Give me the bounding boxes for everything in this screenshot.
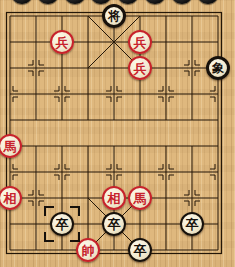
highlight-corner (44, 232, 54, 242)
black-soldier-piece[interactable]: 卒 (180, 212, 204, 236)
red-elephant-piece[interactable]: 相 (102, 186, 126, 210)
highlight-corner (44, 206, 54, 216)
red-soldier-piece[interactable]: 兵 (50, 30, 74, 54)
black-elephant-piece[interactable]: 象 (206, 56, 230, 80)
xiangqi-board: 将兵兵兵象馬相相馬卒卒卒帥卒 (0, 0, 235, 267)
red-soldier-piece[interactable]: 兵 (128, 30, 152, 54)
highlight-corner (70, 206, 80, 216)
red-elephant-piece[interactable]: 相 (0, 186, 22, 210)
pieces-layer: 将兵兵兵象馬相相馬卒卒卒帥卒 (0, 3, 231, 263)
black-soldier-piece[interactable]: 卒 (128, 238, 152, 262)
red-horse-piece[interactable]: 馬 (128, 186, 152, 210)
highlight-corner (70, 232, 80, 242)
red-soldier-piece[interactable]: 兵 (128, 56, 152, 80)
red-horse-piece[interactable]: 馬 (0, 134, 22, 158)
black-general-piece[interactable]: 将 (102, 4, 126, 28)
black-soldier-piece[interactable]: 卒 (102, 212, 126, 236)
last-move-highlight (44, 206, 80, 242)
